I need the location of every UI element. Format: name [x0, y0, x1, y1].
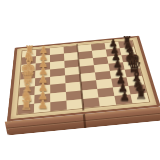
square-d8: ♛ — [125, 68, 142, 77]
square-a5 — [82, 97, 99, 108]
square-e1: ♚ — [20, 71, 35, 80]
square-a2: ♟ — [34, 102, 50, 113]
chess-set-photo: ♜♟♟♜♞♟♟♞♝♟♟♝♚♟♟♚♛♟♟♛♝♟♟♝♞♟♟♞♜♟♟♜ — [0, 0, 160, 160]
square-g6 — [92, 50, 107, 58]
square-a4 — [66, 99, 83, 110]
piece-white-pawn: ♟ — [38, 45, 47, 55]
chess-box: ♜♟♟♜♞♟♟♞♝♟♟♝♚♟♟♚♛♟♟♛♝♟♟♝♞♟♟♞♜♟♟♜ — [7, 36, 160, 122]
piece-white-knight: ♞ — [20, 88, 33, 103]
piece-black-pawn: ♟ — [108, 38, 117, 48]
square-a7: ♟ — [114, 94, 132, 105]
square-e8: ♚ — [123, 61, 140, 70]
square-a1: ♜ — [18, 104, 35, 115]
square-e5 — [79, 65, 95, 74]
square-a8: ♜ — [131, 93, 150, 104]
square-e4 — [65, 66, 80, 75]
piece-black-rook: ♜ — [121, 35, 131, 47]
square-c4 — [65, 82, 81, 92]
chess-board: ♜♟♟♜♞♟♟♞♝♟♟♝♚♟♟♚♛♟♟♛♝♟♟♝♞♟♟♞♜♟♟♜ — [16, 40, 150, 115]
square-a3 — [50, 100, 67, 111]
square-e6 — [94, 64, 110, 73]
piece-white-pawn: ♟ — [38, 73, 48, 84]
square-a6 — [98, 96, 116, 107]
square-h1: ♜ — [22, 50, 36, 58]
square-e2: ♟ — [35, 69, 50, 78]
piece-white-rook: ♜ — [24, 45, 34, 57]
square-e3 — [50, 68, 65, 77]
